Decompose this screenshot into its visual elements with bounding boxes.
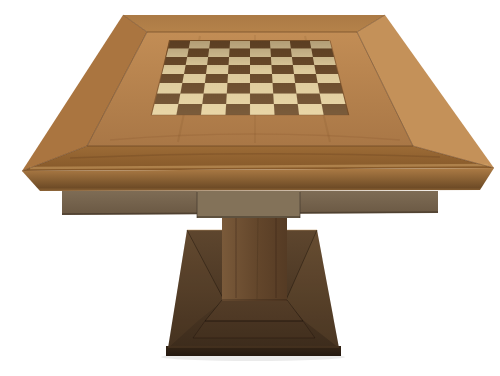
board-square xyxy=(162,65,186,74)
board-square xyxy=(293,65,316,74)
tabletop-edge xyxy=(22,168,494,191)
board-square xyxy=(204,83,228,93)
board-square xyxy=(189,41,210,49)
board-square xyxy=(322,104,349,115)
board-square xyxy=(272,74,295,83)
board-square xyxy=(250,83,273,93)
board-square xyxy=(295,83,319,93)
board-square xyxy=(164,57,187,65)
board-square xyxy=(250,41,270,49)
board-square xyxy=(155,93,181,103)
drawer-front xyxy=(197,191,300,218)
board-square xyxy=(229,49,250,57)
board-square xyxy=(227,74,250,83)
board-square xyxy=(229,57,250,65)
board-square xyxy=(228,65,250,74)
board-square xyxy=(274,104,299,115)
board-square xyxy=(166,49,188,57)
board-square xyxy=(273,93,297,103)
board-square xyxy=(250,65,272,74)
board-square xyxy=(298,104,324,115)
board-square xyxy=(186,57,208,65)
board-square xyxy=(187,49,209,57)
board-square xyxy=(250,93,274,103)
board-square xyxy=(296,93,321,103)
board-square xyxy=(270,49,291,57)
board-square xyxy=(202,93,226,103)
board-square xyxy=(230,41,250,49)
board-square xyxy=(270,41,291,49)
board-square xyxy=(207,57,229,65)
board-square xyxy=(314,65,338,74)
chess-table-photo xyxy=(0,0,500,376)
board-square xyxy=(271,57,293,65)
board-square xyxy=(292,57,314,65)
board-square xyxy=(320,93,346,103)
board-square xyxy=(291,49,313,57)
board-square xyxy=(205,74,228,83)
board-square xyxy=(208,49,229,57)
board-square xyxy=(271,65,294,74)
board-square xyxy=(209,41,230,49)
board-square xyxy=(184,65,207,74)
board-square xyxy=(225,104,250,115)
board-square xyxy=(313,57,336,65)
pedestal-column xyxy=(222,213,287,301)
board-square xyxy=(206,65,229,74)
table-apron xyxy=(62,191,438,218)
board-square xyxy=(310,41,332,49)
board-square xyxy=(180,83,204,93)
board-square xyxy=(250,57,271,65)
board-square xyxy=(157,83,182,93)
board-square xyxy=(273,83,297,93)
chessboard xyxy=(152,41,348,115)
board-square xyxy=(250,49,271,57)
board-square xyxy=(178,93,203,103)
board-square xyxy=(290,41,311,49)
board-square xyxy=(250,74,273,83)
frame-back xyxy=(123,15,385,32)
board-square xyxy=(160,74,184,83)
board-square xyxy=(250,104,275,115)
board-square xyxy=(316,74,340,83)
board-square xyxy=(176,104,202,115)
board-square xyxy=(227,83,250,93)
board-square xyxy=(201,104,226,115)
board-square xyxy=(182,74,206,83)
board-square xyxy=(168,41,190,49)
board-square xyxy=(294,74,318,83)
board-square xyxy=(152,104,179,115)
board-square xyxy=(318,83,343,93)
board-square xyxy=(311,49,333,57)
board-square xyxy=(226,93,250,103)
